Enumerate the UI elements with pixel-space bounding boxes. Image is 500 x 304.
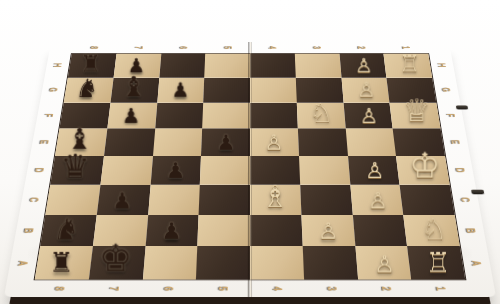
white-rook-a1[interactable]: ♖ (413, 249, 464, 277)
square-f2[interactable]: ♙ (343, 103, 393, 129)
square-g5[interactable] (203, 78, 250, 103)
square-c4[interactable]: ♗ (250, 185, 301, 215)
coordinate-label-G: G (29, 85, 77, 95)
coordinate-label-H: H (34, 60, 81, 70)
square-f4[interactable] (250, 103, 298, 129)
white-pawn-e4[interactable]: ♙ (251, 133, 297, 154)
white-pawn-g2[interactable]: ♙ (344, 80, 388, 100)
black-pawn-f7[interactable]: ♟ (109, 106, 154, 126)
square-b4[interactable] (250, 215, 302, 247)
black-pawn-c7[interactable]: ♟ (98, 190, 146, 212)
square-c2[interactable]: ♙ (350, 185, 404, 215)
square-g4[interactable] (250, 78, 297, 103)
coordinate-label-6: 6 (173, 36, 193, 59)
black-king-a7[interactable]: ♚ (90, 239, 141, 276)
square-d2[interactable]: ♙ (348, 156, 400, 185)
square-c6[interactable] (148, 185, 200, 215)
white-pawn-b3[interactable]: ♙ (304, 221, 353, 244)
square-a8[interactable]: ♜ (35, 246, 93, 279)
square-a3[interactable] (302, 246, 357, 279)
square-a5[interactable] (196, 246, 250, 279)
square-a1[interactable]: ♖ (407, 246, 465, 279)
square-d7[interactable] (100, 156, 152, 185)
white-bishop-c4[interactable]: ♗ (251, 182, 299, 212)
chess-board-frame: 87654321 87654321 HGFEDCBA HGFEDCBA ♜♟♙♖… (4, 42, 496, 297)
coordinate-label-3: 3 (307, 36, 327, 59)
square-e3[interactable] (298, 129, 348, 156)
black-queen-d8[interactable]: ♛ (52, 150, 99, 183)
square-a6[interactable] (142, 246, 197, 279)
white-pawn-c2[interactable]: ♙ (354, 190, 402, 212)
coordinate-label-H: H (419, 60, 466, 70)
black-pawn-d6[interactable]: ♟ (152, 161, 199, 182)
black-bishop-g7[interactable]: ♝ (112, 73, 156, 101)
square-e5[interactable]: ♟ (201, 129, 250, 156)
square-a7[interactable]: ♚ (89, 246, 146, 279)
square-g7[interactable]: ♝ (110, 78, 159, 103)
square-a4[interactable] (250, 246, 304, 279)
square-b8[interactable]: ♞ (40, 215, 96, 247)
black-knight-b8[interactable]: ♞ (42, 215, 91, 244)
white-knight-b1[interactable]: ♘ (408, 215, 457, 244)
square-f7[interactable]: ♟ (107, 103, 157, 129)
white-pawn-a2[interactable]: ♙ (359, 254, 410, 277)
square-a2[interactable]: ♙ (355, 246, 412, 279)
square-c5[interactable] (199, 185, 250, 215)
square-f5[interactable] (202, 103, 250, 129)
square-e6[interactable] (153, 129, 203, 156)
square-g6[interactable]: ♟ (157, 78, 205, 103)
square-b5[interactable] (198, 215, 250, 247)
photo-background: 87654321 87654321 HGFEDCBA HGFEDCBA ♜♟♙♖… (0, 0, 500, 304)
square-c3[interactable] (300, 185, 352, 215)
square-c8[interactable] (45, 185, 100, 215)
square-d5[interactable] (200, 156, 250, 185)
white-king-d1[interactable]: ♔ (401, 147, 448, 182)
square-b3[interactable]: ♙ (301, 215, 355, 247)
coordinate-label-F: F (24, 110, 73, 121)
square-b1[interactable]: ♘ (403, 215, 459, 247)
black-pawn-b6[interactable]: ♟ (147, 221, 196, 244)
square-d6[interactable]: ♟ (150, 156, 201, 185)
white-pawn-f2[interactable]: ♙ (346, 106, 391, 126)
white-knight-f3[interactable]: ♘ (299, 100, 344, 126)
square-f3[interactable]: ♘ (297, 103, 346, 129)
black-pawn-e5[interactable]: ♟ (203, 133, 249, 154)
black-pawn-g6[interactable]: ♟ (158, 80, 202, 100)
square-b2[interactable] (352, 215, 407, 247)
square-c7[interactable]: ♟ (97, 185, 151, 215)
square-e4[interactable]: ♙ (250, 129, 299, 156)
square-d1[interactable]: ♔ (396, 156, 449, 185)
square-d3[interactable] (299, 156, 350, 185)
square-f6[interactable] (155, 103, 204, 129)
square-e2[interactable] (345, 129, 396, 156)
coordinate-label-4: 4 (263, 36, 282, 59)
clasp-icon (456, 105, 468, 109)
coordinate-label-2: 2 (351, 36, 372, 59)
coordinate-label-G: G (422, 85, 470, 95)
coordinate-label-8: 8 (83, 36, 105, 59)
black-rook-a8[interactable]: ♜ (37, 249, 88, 277)
board-perspective-scene: 87654321 87654321 HGFEDCBA HGFEDCBA ♜♟♙♖… (4, 42, 496, 297)
square-g2[interactable]: ♙ (341, 78, 390, 103)
square-d8[interactable]: ♛ (50, 156, 103, 185)
square-e7[interactable] (104, 129, 155, 156)
square-b6[interactable]: ♟ (145, 215, 199, 247)
coordinate-label-1: 1 (395, 36, 417, 59)
white-pawn-d2[interactable]: ♙ (351, 161, 398, 182)
coordinate-label-5: 5 (218, 36, 237, 59)
coordinate-label-7: 7 (128, 36, 149, 59)
square-c1[interactable] (400, 185, 455, 215)
coordinate-label-F: F (426, 110, 475, 121)
